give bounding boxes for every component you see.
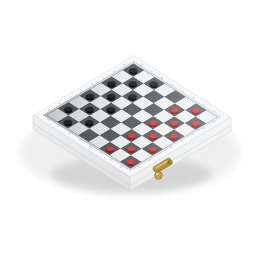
product-photo-scene: abcdefgh abcdefgh 87654321 87654321 ●●●●… xyxy=(0,0,256,256)
clasp-pendant xyxy=(155,172,163,180)
clasp-pendant-highlight xyxy=(156,173,158,175)
